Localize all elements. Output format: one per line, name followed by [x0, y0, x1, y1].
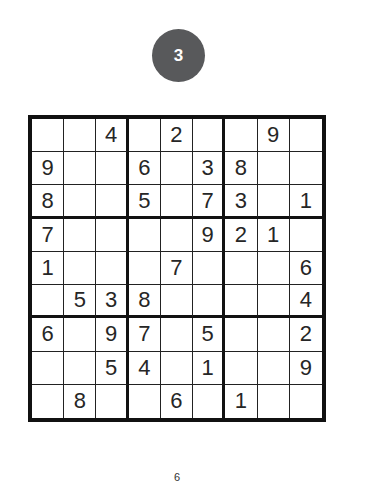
cell-r8c6: 1: [193, 352, 225, 385]
cell-r3c5: [161, 185, 193, 218]
cell-r6c3: 3: [96, 285, 128, 318]
cell-r8c4: 4: [129, 352, 161, 385]
cell-r9c7: 1: [225, 385, 257, 418]
cell-r1c8: 9: [258, 119, 290, 152]
cell-r6c6: [193, 285, 225, 318]
cell-r5c4: [129, 252, 161, 285]
cell-r6c2: 5: [64, 285, 96, 318]
cell-r4c3: [96, 219, 128, 252]
cell-r1c9: [290, 119, 322, 152]
cell-r7c7: [225, 318, 257, 351]
cell-r4c7: 2: [225, 219, 257, 252]
puzzle-number-badge: 3: [152, 29, 205, 82]
cell-r2c6: 3: [193, 152, 225, 185]
cell-r1c7: [225, 119, 257, 152]
cell-r9c8: [258, 385, 290, 418]
cell-r2c8: [258, 152, 290, 185]
cell-r5c5: 7: [161, 252, 193, 285]
cell-r9c5: 6: [161, 385, 193, 418]
cell-r9c4: [129, 385, 161, 418]
cell-r8c7: [225, 352, 257, 385]
cell-r8c1: [32, 352, 64, 385]
cell-r8c9: 9: [290, 352, 322, 385]
cell-r3c4: 5: [129, 185, 161, 218]
cell-r7c6: 5: [193, 318, 225, 351]
cell-r3c7: 3: [225, 185, 257, 218]
cell-r3c3: [96, 185, 128, 218]
cell-r6c7: [225, 285, 257, 318]
cell-r5c7: [225, 252, 257, 285]
cell-r5c8: [258, 252, 290, 285]
cell-r1c4: [129, 119, 161, 152]
cell-r2c4: 6: [129, 152, 161, 185]
cell-r3c1: 8: [32, 185, 64, 218]
cell-r3c6: 7: [193, 185, 225, 218]
cell-r4c9: [290, 219, 322, 252]
cell-r4c5: [161, 219, 193, 252]
cell-r2c5: [161, 152, 193, 185]
cell-r5c6: [193, 252, 225, 285]
cell-r7c3: 9: [96, 318, 128, 351]
cell-r4c6: 9: [193, 219, 225, 252]
cell-r2c2: [64, 152, 96, 185]
cell-r7c1: 6: [32, 318, 64, 351]
cell-r9c6: [193, 385, 225, 418]
cell-r4c8: 1: [258, 219, 290, 252]
cell-r2c3: [96, 152, 128, 185]
cell-r5c9: 6: [290, 252, 322, 285]
cell-r1c1: [32, 119, 64, 152]
page-number: 6: [28, 471, 326, 483]
cell-r6c9: 4: [290, 285, 322, 318]
cell-r8c8: [258, 352, 290, 385]
puzzle-page: 3 42996388573179211765384697525419861 6: [0, 0, 370, 500]
cell-r1c3: 4: [96, 119, 128, 152]
cell-r6c1: [32, 285, 64, 318]
cell-r7c5: [161, 318, 193, 351]
cell-r9c1: [32, 385, 64, 418]
cell-r1c2: [64, 119, 96, 152]
cell-r4c1: 7: [32, 219, 64, 252]
cell-r6c4: 8: [129, 285, 161, 318]
cell-r6c5: [161, 285, 193, 318]
cell-r8c3: 5: [96, 352, 128, 385]
cell-r8c2: [64, 352, 96, 385]
cell-r6c8: [258, 285, 290, 318]
cell-r7c4: 7: [129, 318, 161, 351]
cell-r5c1: 1: [32, 252, 64, 285]
cell-r5c2: [64, 252, 96, 285]
cell-r7c9: 2: [290, 318, 322, 351]
cell-r1c5: 2: [161, 119, 193, 152]
cell-r2c1: 9: [32, 152, 64, 185]
cell-r9c2: 8: [64, 385, 96, 418]
cell-r3c2: [64, 185, 96, 218]
cell-r1c6: [193, 119, 225, 152]
cell-r7c2: [64, 318, 96, 351]
cell-r7c8: [258, 318, 290, 351]
cell-r9c9: [290, 385, 322, 418]
cell-r8c5: [161, 352, 193, 385]
sudoku-board: 42996388573179211765384697525419861: [28, 115, 326, 422]
cell-r9c3: [96, 385, 128, 418]
cell-r2c7: 8: [225, 152, 257, 185]
cell-r3c8: [258, 185, 290, 218]
cell-r4c2: [64, 219, 96, 252]
cell-r4c4: [129, 219, 161, 252]
cell-r3c9: 1: [290, 185, 322, 218]
cell-r5c3: [96, 252, 128, 285]
cell-r2c9: [290, 152, 322, 185]
